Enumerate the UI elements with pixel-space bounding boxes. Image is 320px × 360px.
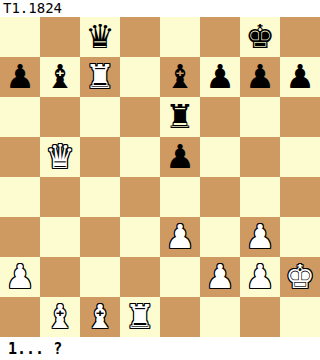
square-g7[interactable]: ♟: [240, 57, 280, 97]
black-pawn-g7: ♟: [245, 57, 275, 97]
white-queen-b5: ♛: [45, 137, 75, 177]
square-a1[interactable]: [0, 297, 40, 337]
square-h4[interactable]: [280, 177, 320, 217]
square-h8[interactable]: [280, 17, 320, 57]
square-c6[interactable]: [80, 97, 120, 137]
square-c3[interactable]: [80, 217, 120, 257]
square-c7[interactable]: ♜: [80, 57, 120, 97]
square-d1[interactable]: ♜: [120, 297, 160, 337]
square-g2[interactable]: ♟: [240, 257, 280, 297]
white-pawn-g2: ♟: [245, 257, 275, 297]
square-b3[interactable]: [40, 217, 80, 257]
black-bishop-e7: ♝: [165, 57, 195, 97]
black-king-g8: ♚: [245, 17, 275, 57]
square-e8[interactable]: [160, 17, 200, 57]
square-h5[interactable]: [280, 137, 320, 177]
white-rook-d1: ♜: [125, 297, 155, 337]
square-e7[interactable]: ♝: [160, 57, 200, 97]
black-pawn-h7: ♟: [285, 57, 315, 97]
square-b5[interactable]: ♛: [40, 137, 80, 177]
move-prompt: 1... ?: [0, 337, 320, 360]
square-h6[interactable]: [280, 97, 320, 137]
square-f6[interactable]: [200, 97, 240, 137]
white-pawn-f2: ♟: [205, 257, 235, 297]
square-d7[interactable]: [120, 57, 160, 97]
square-g8[interactable]: ♚: [240, 17, 280, 57]
square-b4[interactable]: [40, 177, 80, 217]
square-d6[interactable]: [120, 97, 160, 137]
black-pawn-a7: ♟: [5, 57, 35, 97]
square-a6[interactable]: [0, 97, 40, 137]
chess-puzzle-app: T1.1824 ♛♚♟♝♜♝♟♟♟♜♛♟♟♟♟♟♟♚♝♝♜ 1... ?: [0, 0, 320, 360]
square-e5[interactable]: ♟: [160, 137, 200, 177]
square-g5[interactable]: [240, 137, 280, 177]
black-pawn-e5: ♟: [165, 137, 195, 177]
white-rook-c7: ♜: [85, 57, 115, 97]
white-bishop-c1: ♝: [85, 297, 115, 337]
square-f1[interactable]: [200, 297, 240, 337]
square-e3[interactable]: ♟: [160, 217, 200, 257]
square-c2[interactable]: [80, 257, 120, 297]
square-c8[interactable]: ♛: [80, 17, 120, 57]
square-b2[interactable]: [40, 257, 80, 297]
square-e1[interactable]: [160, 297, 200, 337]
square-f2[interactable]: ♟: [200, 257, 240, 297]
square-b1[interactable]: ♝: [40, 297, 80, 337]
square-h7[interactable]: ♟: [280, 57, 320, 97]
square-a4[interactable]: [0, 177, 40, 217]
white-king-h2: ♚: [285, 257, 315, 297]
square-h2[interactable]: ♚: [280, 257, 320, 297]
square-f8[interactable]: [200, 17, 240, 57]
square-a5[interactable]: [0, 137, 40, 177]
white-pawn-e3: ♟: [165, 217, 195, 257]
black-pawn-f7: ♟: [205, 57, 235, 97]
square-b7[interactable]: ♝: [40, 57, 80, 97]
square-g6[interactable]: [240, 97, 280, 137]
puzzle-id: T1.1824: [0, 0, 320, 17]
square-c5[interactable]: [80, 137, 120, 177]
square-a7[interactable]: ♟: [0, 57, 40, 97]
square-h3[interactable]: [280, 217, 320, 257]
square-b6[interactable]: [40, 97, 80, 137]
square-d2[interactable]: [120, 257, 160, 297]
square-g4[interactable]: [240, 177, 280, 217]
black-rook-e6: ♜: [165, 97, 195, 137]
black-queen-c8: ♛: [85, 17, 115, 57]
square-e2[interactable]: [160, 257, 200, 297]
square-f3[interactable]: [200, 217, 240, 257]
square-c4[interactable]: [80, 177, 120, 217]
square-g1[interactable]: [240, 297, 280, 337]
white-pawn-a2: ♟: [5, 257, 35, 297]
square-d5[interactable]: [120, 137, 160, 177]
square-f4[interactable]: [200, 177, 240, 217]
square-d3[interactable]: [120, 217, 160, 257]
black-bishop-b7: ♝: [45, 57, 75, 97]
square-b8[interactable]: [40, 17, 80, 57]
square-c1[interactable]: ♝: [80, 297, 120, 337]
square-a2[interactable]: ♟: [0, 257, 40, 297]
square-a8[interactable]: [0, 17, 40, 57]
square-e4[interactable]: [160, 177, 200, 217]
white-pawn-g3: ♟: [245, 217, 275, 257]
square-f7[interactable]: ♟: [200, 57, 240, 97]
square-h1[interactable]: [280, 297, 320, 337]
square-e6[interactable]: ♜: [160, 97, 200, 137]
chess-board: ♛♚♟♝♜♝♟♟♟♜♛♟♟♟♟♟♟♚♝♝♜: [0, 17, 320, 337]
square-g3[interactable]: ♟: [240, 217, 280, 257]
square-f5[interactable]: [200, 137, 240, 177]
square-d4[interactable]: [120, 177, 160, 217]
white-bishop-b1: ♝: [45, 297, 75, 337]
square-a3[interactable]: [0, 217, 40, 257]
square-d8[interactable]: [120, 17, 160, 57]
